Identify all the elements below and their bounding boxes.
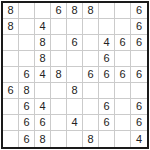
sudoku-board: 86886846864668664866666886466664666884 <box>1 1 149 149</box>
cell-r1c6[interactable]: 8 <box>83 3 99 19</box>
given-digit: 6 <box>103 117 109 128</box>
cell-r6c4[interactable] <box>51 83 67 99</box>
given-digit: 8 <box>71 85 77 96</box>
given-digit: 6 <box>23 69 29 80</box>
given-digit: 4 <box>39 69 45 80</box>
cell-r2c8[interactable] <box>115 19 131 35</box>
cell-r7c6[interactable] <box>83 99 99 115</box>
cell-r7c5[interactable] <box>67 99 83 115</box>
cell-r9c5[interactable] <box>67 131 83 147</box>
cell-r4c8[interactable] <box>115 51 131 67</box>
cell-r3c5[interactable]: 6 <box>67 35 83 51</box>
cell-r4c5[interactable] <box>67 51 83 67</box>
cell-r8c9[interactable]: 6 <box>131 115 147 131</box>
cell-r5c5[interactable] <box>67 67 83 83</box>
cell-r1c5[interactable]: 8 <box>67 3 83 19</box>
given-digit: 8 <box>71 5 77 16</box>
cell-r6c5[interactable]: 8 <box>67 83 83 99</box>
given-digit: 8 <box>7 5 13 16</box>
cell-r1c4[interactable]: 6 <box>51 3 67 19</box>
cell-r2c7[interactable] <box>99 19 115 35</box>
given-digit: 4 <box>103 37 109 48</box>
given-digit: 6 <box>136 5 142 16</box>
cell-r7c4[interactable] <box>51 99 67 115</box>
cell-r1c7[interactable] <box>99 3 115 19</box>
cell-r5c1[interactable] <box>3 67 19 83</box>
cell-r8c5[interactable]: 4 <box>67 115 83 131</box>
cell-r5c6[interactable]: 6 <box>83 67 99 83</box>
given-digit: 4 <box>71 117 77 128</box>
cell-r6c7[interactable] <box>99 83 115 99</box>
cell-r2c6[interactable] <box>83 19 99 35</box>
given-digit: 6 <box>7 85 13 96</box>
cell-r1c1[interactable]: 8 <box>3 3 19 19</box>
cell-r5c8[interactable]: 6 <box>115 67 131 83</box>
cell-r8c2[interactable]: 6 <box>19 115 35 131</box>
given-digit: 8 <box>39 134 45 145</box>
cell-r4c9[interactable] <box>131 51 147 67</box>
cell-r9c6[interactable]: 8 <box>83 131 99 147</box>
given-digit: 6 <box>136 37 142 48</box>
cell-r4c1[interactable] <box>3 51 19 67</box>
cell-r8c6[interactable] <box>83 115 99 131</box>
cell-r6c3[interactable] <box>35 83 51 99</box>
given-digit: 4 <box>39 101 45 112</box>
cell-r7c1[interactable] <box>3 99 19 115</box>
cell-r5c3[interactable]: 4 <box>35 67 51 83</box>
cell-r1c3[interactable] <box>35 3 51 19</box>
given-digit: 6 <box>23 117 29 128</box>
sudoku-puzzle: 86886846864668664866666886466664666884 <box>0 0 150 150</box>
cell-r8c7[interactable]: 6 <box>99 115 115 131</box>
cell-r9c4[interactable] <box>51 131 67 147</box>
given-digit: 6 <box>136 117 142 128</box>
cell-r5c9[interactable]: 6 <box>131 67 147 83</box>
given-digit: 6 <box>87 69 93 80</box>
cell-r9c9[interactable]: 4 <box>131 131 147 147</box>
cell-r9c2[interactable]: 6 <box>19 131 35 147</box>
cell-r6c8[interactable] <box>115 83 131 99</box>
cell-r2c1[interactable]: 8 <box>3 19 19 35</box>
cell-r5c2[interactable]: 6 <box>19 67 35 83</box>
cell-r9c3[interactable]: 8 <box>35 131 51 147</box>
cell-r5c7[interactable]: 6 <box>99 67 115 83</box>
cell-r8c4[interactable] <box>51 115 67 131</box>
cell-r7c7[interactable]: 6 <box>99 99 115 115</box>
cell-r3c2[interactable] <box>19 35 35 51</box>
cell-r7c8[interactable] <box>115 99 131 115</box>
cell-r4c6[interactable] <box>83 51 99 67</box>
cell-r3c7[interactable]: 4 <box>99 35 115 51</box>
cell-r2c3[interactable]: 4 <box>35 19 51 35</box>
cell-r4c4[interactable] <box>51 51 67 67</box>
cell-r2c5[interactable] <box>67 19 83 35</box>
given-digit: 6 <box>55 5 61 16</box>
cell-r2c2[interactable] <box>19 19 35 35</box>
cell-r9c7[interactable] <box>99 131 115 147</box>
given-digit: 8 <box>23 85 29 96</box>
given-digit: 4 <box>39 21 45 32</box>
cell-r1c9[interactable]: 6 <box>131 3 147 19</box>
cell-r6c1[interactable]: 6 <box>3 83 19 99</box>
cell-r4c7[interactable]: 6 <box>99 51 115 67</box>
cell-r8c3[interactable]: 6 <box>35 115 51 131</box>
cell-r3c3[interactable]: 8 <box>35 35 51 51</box>
cell-r3c4[interactable] <box>51 35 67 51</box>
given-digit: 4 <box>136 134 142 145</box>
cell-r6c6[interactable] <box>83 83 99 99</box>
given-digit: 8 <box>87 5 93 16</box>
cell-r9c1[interactable] <box>3 131 19 147</box>
cell-r7c9[interactable]: 6 <box>131 99 147 115</box>
given-digit: 6 <box>103 101 109 112</box>
cell-r6c9[interactable] <box>131 83 147 99</box>
cell-r1c8[interactable] <box>115 3 131 19</box>
given-digit: 8 <box>55 69 61 80</box>
cell-r7c3[interactable]: 4 <box>35 99 51 115</box>
given-digit: 8 <box>39 53 45 64</box>
cell-r3c6[interactable] <box>83 35 99 51</box>
given-digit: 6 <box>136 101 142 112</box>
cell-r7c2[interactable]: 6 <box>19 99 35 115</box>
given-digit: 6 <box>103 69 109 80</box>
cell-r1c2[interactable] <box>19 3 35 19</box>
given-digit: 6 <box>23 101 29 112</box>
given-digit: 6 <box>71 37 77 48</box>
cell-r8c8[interactable] <box>115 115 131 131</box>
given-digit: 6 <box>136 21 142 32</box>
cell-r3c9[interactable]: 6 <box>131 35 147 51</box>
given-digit: 6 <box>39 117 45 128</box>
given-digit: 6 <box>136 69 142 80</box>
given-digit: 8 <box>87 134 93 145</box>
cell-r5c4[interactable]: 8 <box>51 67 67 83</box>
given-digit: 8 <box>7 21 13 32</box>
cell-r3c1[interactable] <box>3 35 19 51</box>
cell-r3c8[interactable]: 6 <box>115 35 131 51</box>
cell-r2c9[interactable]: 6 <box>131 19 147 35</box>
cell-r4c3[interactable]: 8 <box>35 51 51 67</box>
cell-r6c2[interactable]: 8 <box>19 83 35 99</box>
given-digit: 6 <box>103 53 109 64</box>
cell-r9c8[interactable] <box>115 131 131 147</box>
cell-r8c1[interactable] <box>3 115 19 131</box>
given-digit: 6 <box>119 37 125 48</box>
cell-r2c4[interactable] <box>51 19 67 35</box>
given-digit: 6 <box>23 134 29 145</box>
cell-r4c2[interactable] <box>19 51 35 67</box>
given-digit: 6 <box>119 69 125 80</box>
given-digit: 8 <box>39 37 45 48</box>
